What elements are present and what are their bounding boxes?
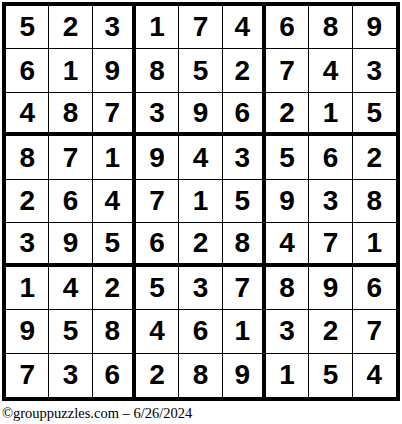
cell-r5c7: 9: [266, 180, 309, 223]
cell-r3c2: 8: [49, 93, 92, 136]
cell-r7c5: 3: [179, 267, 222, 310]
cell-r2c8: 4: [309, 49, 352, 92]
cell-r3c3: 7: [93, 93, 136, 136]
cell-r4c8: 6: [309, 136, 352, 179]
cell-r5c4: 7: [136, 180, 179, 223]
cell-r3c5: 9: [179, 93, 222, 136]
cell-r1c6: 4: [223, 6, 266, 49]
cell-r6c1: 3: [6, 223, 49, 266]
cell-r5c6: 5: [223, 180, 266, 223]
cell-r1c1: 5: [6, 6, 49, 49]
cell-r7c6: 7: [223, 267, 266, 310]
cell-r2c4: 8: [136, 49, 179, 92]
cell-r4c4: 9: [136, 136, 179, 179]
cell-r8c5: 6: [179, 310, 222, 353]
cell-r3c7: 2: [266, 93, 309, 136]
cell-r4c1: 8: [6, 136, 49, 179]
cell-r1c5: 7: [179, 6, 222, 49]
cell-r2c9: 3: [353, 49, 396, 92]
cell-r1c8: 8: [309, 6, 352, 49]
cell-r7c9: 6: [353, 267, 396, 310]
cell-r5c2: 6: [49, 180, 92, 223]
cell-r6c2: 9: [49, 223, 92, 266]
cell-r9c6: 9: [223, 354, 266, 397]
cell-r8c3: 8: [93, 310, 136, 353]
sudoku-page: 5231746896198527434873962158719435622647…: [0, 0, 402, 424]
cell-r9c9: 4: [353, 354, 396, 397]
cell-r4c3: 1: [93, 136, 136, 179]
cell-r2c6: 2: [223, 49, 266, 92]
cell-r8c4: 4: [136, 310, 179, 353]
cell-r4c7: 5: [266, 136, 309, 179]
cell-r9c2: 3: [49, 354, 92, 397]
cell-r3c6: 6: [223, 93, 266, 136]
cell-r5c8: 3: [309, 180, 352, 223]
cell-r8c9: 7: [353, 310, 396, 353]
cell-r8c1: 9: [6, 310, 49, 353]
cell-r1c7: 6: [266, 6, 309, 49]
cell-r7c2: 4: [49, 267, 92, 310]
cell-r5c3: 4: [93, 180, 136, 223]
cell-r3c9: 5: [353, 93, 396, 136]
cell-r1c2: 2: [49, 6, 92, 49]
cell-r2c7: 7: [266, 49, 309, 92]
cell-r1c3: 3: [93, 6, 136, 49]
cell-r6c8: 7: [309, 223, 352, 266]
copyright-text: ©grouppuzzles.com – 6/26/2024: [2, 405, 402, 422]
cell-r3c8: 1: [309, 93, 352, 136]
cell-r7c8: 9: [309, 267, 352, 310]
cell-r3c4: 3: [136, 93, 179, 136]
cell-r9c3: 6: [93, 354, 136, 397]
cell-r2c5: 5: [179, 49, 222, 92]
cell-r6c4: 6: [136, 223, 179, 266]
cell-r8c2: 5: [49, 310, 92, 353]
cell-r5c1: 2: [6, 180, 49, 223]
cell-r7c3: 2: [93, 267, 136, 310]
cell-r5c9: 8: [353, 180, 396, 223]
cell-r2c3: 9: [93, 49, 136, 92]
cell-r6c3: 5: [93, 223, 136, 266]
cell-r5c5: 1: [179, 180, 222, 223]
cell-r1c9: 9: [353, 6, 396, 49]
cell-r6c9: 1: [353, 223, 396, 266]
cell-r7c1: 1: [6, 267, 49, 310]
cell-r8c6: 1: [223, 310, 266, 353]
cell-r7c4: 5: [136, 267, 179, 310]
cell-r9c8: 5: [309, 354, 352, 397]
cell-r8c7: 3: [266, 310, 309, 353]
cell-r4c9: 2: [353, 136, 396, 179]
sudoku-board: 5231746896198527434873962158719435622647…: [2, 2, 400, 401]
cell-r4c5: 4: [179, 136, 222, 179]
cell-r9c7: 1: [266, 354, 309, 397]
cell-r3c1: 4: [6, 93, 49, 136]
cell-r6c5: 2: [179, 223, 222, 266]
cell-r6c6: 8: [223, 223, 266, 266]
cell-r8c8: 2: [309, 310, 352, 353]
cell-r9c1: 7: [6, 354, 49, 397]
cell-r9c5: 8: [179, 354, 222, 397]
cell-r4c2: 7: [49, 136, 92, 179]
cell-r1c4: 1: [136, 6, 179, 49]
cell-r9c4: 2: [136, 354, 179, 397]
cell-r7c7: 8: [266, 267, 309, 310]
cell-r2c2: 1: [49, 49, 92, 92]
cell-r4c6: 3: [223, 136, 266, 179]
cell-r2c1: 6: [6, 49, 49, 92]
cell-r6c7: 4: [266, 223, 309, 266]
